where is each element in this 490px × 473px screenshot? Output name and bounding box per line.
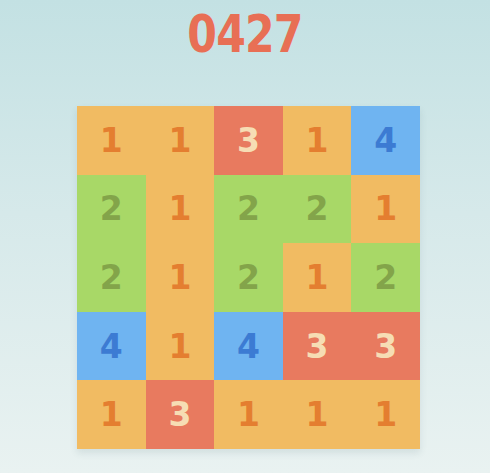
tile-r1c2-value-1[interactable]: 1 bbox=[146, 106, 215, 175]
tile-r5c4-value-1[interactable]: 1 bbox=[283, 380, 352, 449]
tile-r1c3-value-3[interactable]: 3 bbox=[214, 106, 283, 175]
tile-r3c3-value-2[interactable]: 2 bbox=[214, 243, 283, 312]
tile-r3c2-value-1[interactable]: 1 bbox=[146, 243, 215, 312]
tile-r4c1-value-4[interactable]: 4 bbox=[77, 312, 146, 381]
tile-r2c2-value-1[interactable]: 1 bbox=[146, 175, 215, 244]
tile-r4c4-value-3[interactable]: 3 bbox=[283, 312, 352, 381]
tile-r4c5-value-3[interactable]: 3 bbox=[351, 312, 420, 381]
tile-r5c5-value-1[interactable]: 1 bbox=[351, 380, 420, 449]
tile-r2c3-value-2[interactable]: 2 bbox=[214, 175, 283, 244]
tile-r3c5-value-2[interactable]: 2 bbox=[351, 243, 420, 312]
tile-r1c5-value-4[interactable]: 4 bbox=[351, 106, 420, 175]
puzzle-board: 1131421221212124143313111 bbox=[77, 106, 420, 449]
tile-r3c4-value-1[interactable]: 1 bbox=[283, 243, 352, 312]
move-counter: 0427 bbox=[44, 6, 446, 63]
tile-r1c1-value-1[interactable]: 1 bbox=[77, 106, 146, 175]
tile-r3c1-value-2[interactable]: 2 bbox=[77, 243, 146, 312]
tile-r5c2-value-3[interactable]: 3 bbox=[146, 380, 215, 449]
tile-r2c4-value-2[interactable]: 2 bbox=[283, 175, 352, 244]
tile-r2c1-value-2[interactable]: 2 bbox=[77, 175, 146, 244]
tile-r5c3-value-1[interactable]: 1 bbox=[214, 380, 283, 449]
tile-r5c1-value-1[interactable]: 1 bbox=[77, 380, 146, 449]
tile-r2c5-value-1[interactable]: 1 bbox=[351, 175, 420, 244]
tile-r4c2-value-1[interactable]: 1 bbox=[146, 312, 215, 381]
tile-r4c3-value-4[interactable]: 4 bbox=[214, 312, 283, 381]
tile-r1c4-value-1[interactable]: 1 bbox=[283, 106, 352, 175]
